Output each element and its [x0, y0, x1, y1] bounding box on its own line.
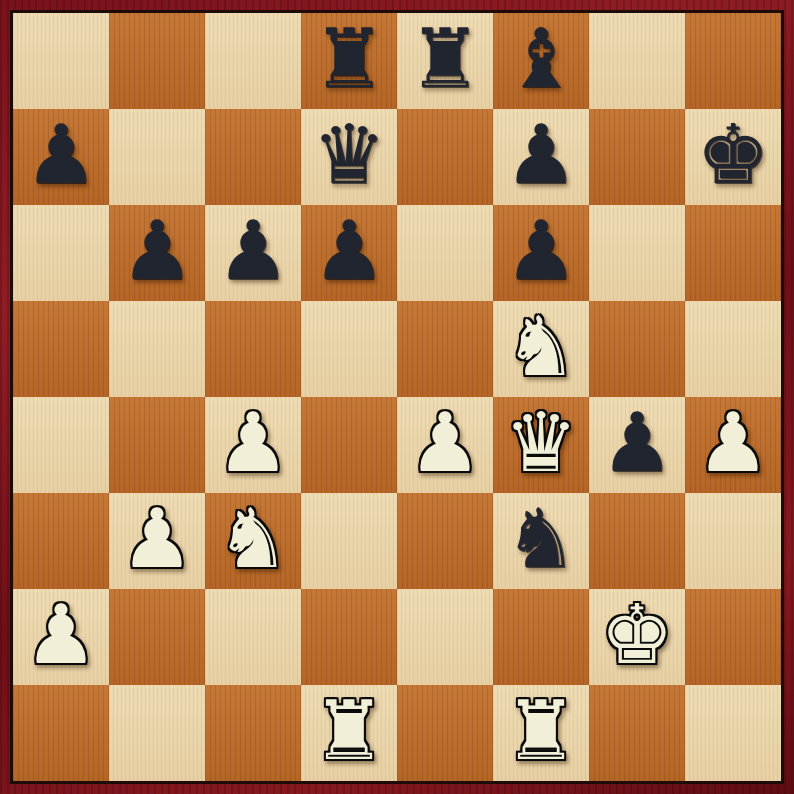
square-h3[interactable]: [685, 493, 781, 589]
square-g5[interactable]: [589, 301, 685, 397]
white-pawn-c4[interactable]: ♟: [216, 402, 290, 484]
square-b8[interactable]: [109, 13, 205, 109]
square-d6[interactable]: ♟: [301, 205, 397, 301]
black-pawn-d6[interactable]: ♟: [312, 210, 386, 292]
square-e2[interactable]: [397, 589, 493, 685]
square-f6[interactable]: ♟: [493, 205, 589, 301]
square-g2[interactable]: ♚: [589, 589, 685, 685]
black-pawn-c6[interactable]: ♟: [216, 210, 290, 292]
square-a3[interactable]: [13, 493, 109, 589]
square-g7[interactable]: [589, 109, 685, 205]
square-c4[interactable]: ♟: [205, 397, 301, 493]
square-f4[interactable]: ♛: [493, 397, 589, 493]
square-a5[interactable]: [13, 301, 109, 397]
square-h5[interactable]: [685, 301, 781, 397]
square-b5[interactable]: [109, 301, 205, 397]
white-knight-c3[interactable]: ♞: [216, 498, 290, 580]
square-d3[interactable]: [301, 493, 397, 589]
black-pawn-a7[interactable]: ♟: [24, 114, 98, 196]
square-f1[interactable]: ♜: [493, 685, 589, 781]
square-b1[interactable]: [109, 685, 205, 781]
square-e3[interactable]: [397, 493, 493, 589]
square-a6[interactable]: [13, 205, 109, 301]
white-pawn-h4[interactable]: ♟: [696, 402, 770, 484]
black-pawn-f6[interactable]: ♟: [504, 210, 578, 292]
square-e7[interactable]: [397, 109, 493, 205]
square-b2[interactable]: [109, 589, 205, 685]
black-rook-d8[interactable]: ♜: [312, 18, 386, 100]
black-knight-f3[interactable]: ♞: [504, 498, 578, 580]
white-pawn-b3[interactable]: ♟: [120, 498, 194, 580]
black-pawn-g4[interactable]: ♟: [600, 402, 674, 484]
black-king-h7[interactable]: ♚: [696, 114, 770, 196]
white-knight-f5[interactable]: ♞: [504, 306, 578, 388]
square-b4[interactable]: [109, 397, 205, 493]
square-d7[interactable]: ♛: [301, 109, 397, 205]
black-rook-e8[interactable]: ♜: [408, 18, 482, 100]
square-e5[interactable]: [397, 301, 493, 397]
square-b3[interactable]: ♟: [109, 493, 205, 589]
square-f3[interactable]: ♞: [493, 493, 589, 589]
square-e4[interactable]: ♟: [397, 397, 493, 493]
square-b7[interactable]: [109, 109, 205, 205]
square-a7[interactable]: ♟: [13, 109, 109, 205]
square-c7[interactable]: [205, 109, 301, 205]
square-h4[interactable]: ♟: [685, 397, 781, 493]
black-pawn-b6[interactable]: ♟: [120, 210, 194, 292]
square-d1[interactable]: ♜: [301, 685, 397, 781]
square-d4[interactable]: [301, 397, 397, 493]
square-a2[interactable]: ♟: [13, 589, 109, 685]
chess-board: ♜♜♝♟♛♟♚♟♟♟♟♞♟♟♛♟♟♟♞♞♟♚♜♜: [10, 10, 784, 784]
square-h1[interactable]: [685, 685, 781, 781]
square-h8[interactable]: [685, 13, 781, 109]
square-d2[interactable]: [301, 589, 397, 685]
square-g3[interactable]: [589, 493, 685, 589]
white-pawn-e4[interactable]: ♟: [408, 402, 482, 484]
square-c2[interactable]: [205, 589, 301, 685]
square-g8[interactable]: [589, 13, 685, 109]
square-c3[interactable]: ♞: [205, 493, 301, 589]
square-c5[interactable]: [205, 301, 301, 397]
square-d8[interactable]: ♜: [301, 13, 397, 109]
square-d5[interactable]: [301, 301, 397, 397]
black-queen-d7[interactable]: ♛: [312, 114, 386, 196]
white-pawn-a2[interactable]: ♟: [24, 594, 98, 676]
square-b6[interactable]: ♟: [109, 205, 205, 301]
white-rook-d1[interactable]: ♜: [312, 690, 386, 772]
square-a4[interactable]: [13, 397, 109, 493]
square-c1[interactable]: [205, 685, 301, 781]
square-c8[interactable]: [205, 13, 301, 109]
square-g4[interactable]: ♟: [589, 397, 685, 493]
square-g6[interactable]: [589, 205, 685, 301]
square-f8[interactable]: ♝: [493, 13, 589, 109]
square-a8[interactable]: [13, 13, 109, 109]
square-f2[interactable]: [493, 589, 589, 685]
square-c6[interactable]: ♟: [205, 205, 301, 301]
white-king-g2[interactable]: ♚: [600, 594, 674, 676]
black-bishop-f8[interactable]: ♝: [504, 18, 578, 100]
square-e6[interactable]: [397, 205, 493, 301]
square-f5[interactable]: ♞: [493, 301, 589, 397]
board-frame: ♜♜♝♟♛♟♚♟♟♟♟♞♟♟♛♟♟♟♞♞♟♚♜♜: [0, 0, 794, 794]
square-e8[interactable]: ♜: [397, 13, 493, 109]
square-h6[interactable]: [685, 205, 781, 301]
square-h2[interactable]: [685, 589, 781, 685]
white-rook-f1[interactable]: ♜: [504, 690, 578, 772]
square-e1[interactable]: [397, 685, 493, 781]
square-a1[interactable]: [13, 685, 109, 781]
black-pawn-f7[interactable]: ♟: [504, 114, 578, 196]
white-queen-f4[interactable]: ♛: [504, 402, 578, 484]
square-f7[interactable]: ♟: [493, 109, 589, 205]
square-h7[interactable]: ♚: [685, 109, 781, 205]
square-g1[interactable]: [589, 685, 685, 781]
